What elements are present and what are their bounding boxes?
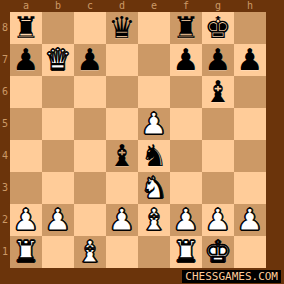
white-pawn-d2: ♟ <box>109 205 136 235</box>
square-g4 <box>202 140 234 172</box>
file-label-e: e <box>138 0 170 12</box>
square-g8: ♚ <box>202 12 234 44</box>
rank-label-4: 4 <box>0 140 10 172</box>
file-label-c: c <box>74 0 106 12</box>
square-a6 <box>10 76 42 108</box>
square-g3 <box>202 172 234 204</box>
black-pawn-a7: ♟ <box>13 45 40 75</box>
white-knight-e3: ♞ <box>141 173 168 203</box>
white-bishop-e2: ♝ <box>141 205 168 235</box>
square-h3 <box>234 172 266 204</box>
branding-label: CHESSGAMES.COM <box>182 270 281 283</box>
square-e6 <box>138 76 170 108</box>
square-e3: ♞ <box>138 172 170 204</box>
square-b5 <box>42 108 74 140</box>
square-b3 <box>42 172 74 204</box>
file-label-h: h <box>234 0 266 12</box>
square-c2 <box>74 204 106 236</box>
square-d6 <box>106 76 138 108</box>
square-c1: ♝ <box>74 236 106 268</box>
square-f3 <box>170 172 202 204</box>
square-b8 <box>42 12 74 44</box>
square-c8 <box>74 12 106 44</box>
chess-board: ♜♛♜♚♟♛♟♟♟♟♝♟♝♞♞♟♟♟♝♟♟♟♜♝♜♚ <box>10 12 266 268</box>
square-a7: ♟ <box>10 44 42 76</box>
rank-label-7: 7 <box>0 44 10 76</box>
chess-diagram: abcdefgh 87654321 ♜♛♜♚♟♛♟♟♟♟♝♟♝♞♞♟♟♟♝♟♟♟… <box>0 0 284 284</box>
square-d7 <box>106 44 138 76</box>
square-c7: ♟ <box>74 44 106 76</box>
white-rook-f1: ♜ <box>173 237 200 267</box>
square-c6 <box>74 76 106 108</box>
square-b6 <box>42 76 74 108</box>
square-e7 <box>138 44 170 76</box>
square-b1 <box>42 236 74 268</box>
square-b7: ♛ <box>42 44 74 76</box>
square-e2: ♝ <box>138 204 170 236</box>
square-g7: ♟ <box>202 44 234 76</box>
square-d1 <box>106 236 138 268</box>
black-pawn-f7: ♟ <box>173 45 200 75</box>
black-queen-d8: ♛ <box>109 13 136 43</box>
square-b4 <box>42 140 74 172</box>
square-b2: ♟ <box>42 204 74 236</box>
black-rook-a8: ♜ <box>13 13 40 43</box>
square-d5 <box>106 108 138 140</box>
square-c3 <box>74 172 106 204</box>
white-queen-b7: ♛ <box>45 45 72 75</box>
square-e8 <box>138 12 170 44</box>
square-g5 <box>202 108 234 140</box>
square-c5 <box>74 108 106 140</box>
white-pawn-e5: ♟ <box>141 109 168 139</box>
square-e5: ♟ <box>138 108 170 140</box>
square-a5 <box>10 108 42 140</box>
square-h1 <box>234 236 266 268</box>
square-f1: ♜ <box>170 236 202 268</box>
square-h8 <box>234 12 266 44</box>
white-rook-a1: ♜ <box>13 237 40 267</box>
file-label-b: b <box>42 0 74 12</box>
square-h6 <box>234 76 266 108</box>
white-pawn-b2: ♟ <box>45 205 72 235</box>
square-d2: ♟ <box>106 204 138 236</box>
square-h2: ♟ <box>234 204 266 236</box>
square-f5 <box>170 108 202 140</box>
square-c4 <box>74 140 106 172</box>
square-f7: ♟ <box>170 44 202 76</box>
square-e4: ♞ <box>138 140 170 172</box>
square-e1 <box>138 236 170 268</box>
white-king-g1: ♚ <box>205 237 232 267</box>
white-bishop-c1: ♝ <box>77 237 104 267</box>
black-rook-f8: ♜ <box>173 13 200 43</box>
rank-label-6: 6 <box>0 76 10 108</box>
black-bishop-g6: ♝ <box>205 77 232 107</box>
square-d4: ♝ <box>106 140 138 172</box>
rank-label-3: 3 <box>0 172 10 204</box>
square-a8: ♜ <box>10 12 42 44</box>
square-f4 <box>170 140 202 172</box>
square-g6: ♝ <box>202 76 234 108</box>
square-a4 <box>10 140 42 172</box>
white-pawn-a2: ♟ <box>13 205 40 235</box>
square-a2: ♟ <box>10 204 42 236</box>
black-pawn-c7: ♟ <box>77 45 104 75</box>
square-d3 <box>106 172 138 204</box>
square-d8: ♛ <box>106 12 138 44</box>
square-f8: ♜ <box>170 12 202 44</box>
black-bishop-d4: ♝ <box>109 141 136 171</box>
square-g2: ♟ <box>202 204 234 236</box>
white-pawn-h2: ♟ <box>237 205 264 235</box>
rank-label-5: 5 <box>0 108 10 140</box>
rank-label-8: 8 <box>0 12 10 44</box>
square-f6 <box>170 76 202 108</box>
black-pawn-h7: ♟ <box>237 45 264 75</box>
square-h4 <box>234 140 266 172</box>
rank-label-1: 1 <box>0 236 10 268</box>
white-pawn-f2: ♟ <box>173 205 200 235</box>
square-g1: ♚ <box>202 236 234 268</box>
rank-label-2: 2 <box>0 204 10 236</box>
black-pawn-g7: ♟ <box>205 45 232 75</box>
black-king-g8: ♚ <box>205 13 232 43</box>
square-h5 <box>234 108 266 140</box>
square-f2: ♟ <box>170 204 202 236</box>
square-h7: ♟ <box>234 44 266 76</box>
square-a1: ♜ <box>10 236 42 268</box>
rank-labels: 87654321 <box>0 12 10 268</box>
white-pawn-g2: ♟ <box>205 205 232 235</box>
square-a3 <box>10 172 42 204</box>
black-knight-e4: ♞ <box>141 141 168 171</box>
